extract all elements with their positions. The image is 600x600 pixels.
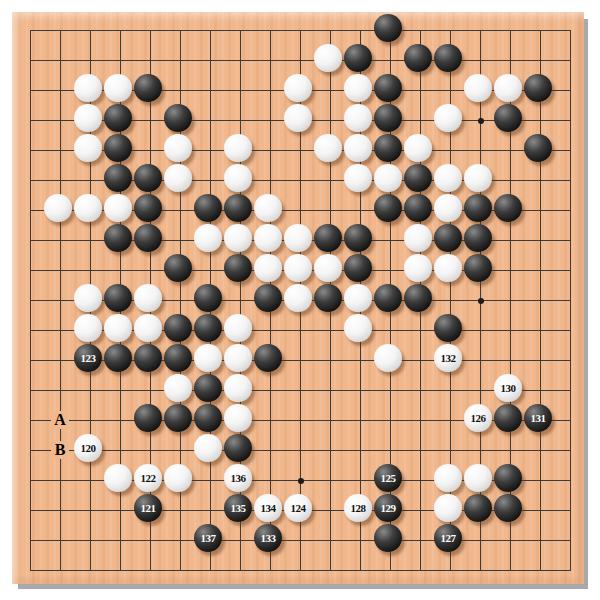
stone-white	[314, 44, 342, 72]
stone-white	[44, 194, 72, 222]
stone-white	[434, 464, 462, 492]
stone-white	[224, 404, 252, 432]
grid-line-h-13	[30, 390, 571, 391]
stone-white	[374, 344, 402, 372]
stone-black	[404, 44, 432, 72]
stone-black-move-127: 127	[434, 524, 462, 552]
stone-black	[134, 344, 162, 372]
stone-white	[284, 224, 312, 252]
point-label-B: B	[51, 441, 69, 459]
stone-white-move-126: 126	[464, 404, 492, 432]
stone-white	[434, 494, 462, 522]
stone-white	[164, 164, 192, 192]
stone-white	[104, 74, 132, 102]
stone-white	[164, 134, 192, 162]
stone-black	[164, 344, 192, 372]
stone-white	[74, 314, 102, 342]
move-number-label: 126	[471, 413, 486, 424]
stone-black	[164, 254, 192, 282]
stone-white	[404, 224, 432, 252]
stone-black	[344, 224, 372, 252]
stone-black	[254, 284, 282, 312]
stone-white	[314, 134, 342, 162]
stone-white	[374, 164, 402, 192]
stone-black	[494, 194, 522, 222]
stone-black	[464, 194, 492, 222]
stone-white	[284, 74, 312, 102]
stone-white-move-132: 132	[434, 344, 462, 372]
stone-white	[434, 164, 462, 192]
stone-white	[224, 344, 252, 372]
stone-black	[374, 284, 402, 312]
stone-white	[344, 104, 372, 132]
star-point	[298, 478, 304, 484]
stone-black	[104, 224, 132, 252]
stone-black	[104, 104, 132, 132]
star-point	[478, 118, 484, 124]
star-point	[478, 298, 484, 304]
stone-black	[344, 44, 372, 72]
stone-white	[284, 104, 312, 132]
stone-black	[374, 104, 402, 132]
move-number-label: 132	[441, 353, 456, 364]
stone-black	[524, 74, 552, 102]
stone-black	[224, 194, 252, 222]
stone-black	[434, 224, 462, 252]
stone-black-move-133: 133	[254, 524, 282, 552]
stone-black	[374, 74, 402, 102]
stone-white-move-128: 128	[344, 494, 372, 522]
stone-black	[134, 74, 162, 102]
stone-white-move-122: 122	[134, 464, 162, 492]
stone-white	[104, 194, 132, 222]
stone-white-move-134: 134	[254, 494, 282, 522]
stone-white	[344, 134, 372, 162]
point-label-A: A	[51, 411, 69, 429]
move-number-label: 122	[141, 473, 156, 484]
move-number-label: 137	[201, 533, 216, 544]
move-number-label: 129	[381, 503, 396, 514]
stone-white	[224, 134, 252, 162]
stone-white	[284, 284, 312, 312]
stone-white	[494, 74, 522, 102]
stone-white	[74, 134, 102, 162]
stone-white	[254, 254, 282, 282]
grid-line-h-19	[30, 570, 571, 571]
grid-line-h-18	[30, 540, 571, 541]
stone-black	[524, 134, 552, 162]
move-number-label: 130	[501, 383, 516, 394]
stone-black	[344, 254, 372, 282]
stone-white	[164, 374, 192, 402]
stone-white-move-120: 120	[74, 434, 102, 462]
stone-black	[104, 134, 132, 162]
stone-black-move-131: 131	[524, 404, 552, 432]
stone-white	[224, 314, 252, 342]
stone-black	[494, 494, 522, 522]
stone-black	[404, 284, 432, 312]
stone-black	[194, 374, 222, 402]
stone-black	[224, 434, 252, 462]
stone-white	[224, 164, 252, 192]
stone-white	[74, 194, 102, 222]
stone-black-move-137: 137	[194, 524, 222, 552]
stone-black	[134, 164, 162, 192]
grid-line-v-18	[540, 30, 541, 571]
stone-white	[314, 254, 342, 282]
grid-line-v-19	[570, 30, 571, 571]
stone-black	[494, 404, 522, 432]
stone-white	[434, 254, 462, 282]
stone-black-move-121: 121	[134, 494, 162, 522]
stone-black-move-135: 135	[224, 494, 252, 522]
stone-black	[374, 524, 402, 552]
stone-white	[224, 374, 252, 402]
go-board[interactable]: 1231321301261311201221361251211351341241…	[12, 12, 584, 584]
move-number-label: 131	[531, 413, 546, 424]
stone-white	[104, 314, 132, 342]
stone-black	[494, 464, 522, 492]
page: 1231321301261311201221361251211351341241…	[0, 0, 600, 600]
stone-black	[164, 404, 192, 432]
stone-white	[434, 104, 462, 132]
stone-black	[134, 224, 162, 252]
stone-black	[434, 44, 462, 72]
stone-black	[374, 14, 402, 42]
move-number-label: 123	[81, 353, 96, 364]
stone-white-move-124: 124	[284, 494, 312, 522]
stone-white	[254, 224, 282, 252]
stone-white	[194, 434, 222, 462]
stone-black	[194, 284, 222, 312]
grid-line-h-15	[30, 450, 571, 451]
stone-white	[464, 164, 492, 192]
stone-white	[134, 284, 162, 312]
stone-black	[434, 314, 462, 342]
stone-black	[194, 194, 222, 222]
stone-white	[164, 464, 192, 492]
stone-white	[404, 254, 432, 282]
stone-black	[374, 194, 402, 222]
stone-white	[194, 224, 222, 252]
stone-black	[314, 224, 342, 252]
stone-black	[374, 134, 402, 162]
move-number-label: 124	[291, 503, 306, 514]
stone-black	[314, 284, 342, 312]
stone-black	[194, 404, 222, 432]
move-number-label: 133	[261, 533, 276, 544]
stone-white	[404, 134, 432, 162]
stone-black	[104, 164, 132, 192]
stone-black	[404, 194, 432, 222]
stone-white-move-136: 136	[224, 464, 252, 492]
move-number-label: 134	[261, 503, 276, 514]
stone-white	[224, 224, 252, 252]
stone-black	[104, 344, 132, 372]
stone-white	[434, 194, 462, 222]
stone-white	[284, 254, 312, 282]
stone-black	[464, 224, 492, 252]
stone-black	[134, 404, 162, 432]
move-number-label: 121	[141, 503, 156, 514]
stone-black	[404, 164, 432, 192]
stone-black	[254, 344, 282, 372]
stone-white	[194, 344, 222, 372]
stone-white	[254, 194, 282, 222]
move-number-label: 127	[441, 533, 456, 544]
move-number-label: 128	[351, 503, 366, 514]
stone-black	[164, 314, 192, 342]
move-number-label: 125	[381, 473, 396, 484]
stone-black	[104, 284, 132, 312]
move-number-label: 120	[81, 443, 96, 454]
stone-white	[134, 314, 162, 342]
stone-white	[344, 284, 372, 312]
stone-white	[74, 74, 102, 102]
stone-white	[344, 74, 372, 102]
stone-white	[344, 314, 372, 342]
stone-black-move-129: 129	[374, 494, 402, 522]
stone-black-move-125: 125	[374, 464, 402, 492]
stone-black	[224, 254, 252, 282]
stone-black	[464, 494, 492, 522]
stone-black-move-123: 123	[74, 344, 102, 372]
move-number-label: 136	[231, 473, 246, 484]
stone-black	[194, 314, 222, 342]
stone-white	[74, 284, 102, 312]
stone-white	[344, 164, 372, 192]
stone-white-move-130: 130	[494, 374, 522, 402]
stone-black	[464, 254, 492, 282]
stone-white	[464, 464, 492, 492]
stone-black	[164, 104, 192, 132]
stone-black	[134, 194, 162, 222]
move-number-label: 135	[231, 503, 246, 514]
stone-white	[464, 74, 492, 102]
stone-white	[74, 104, 102, 132]
stone-black	[494, 104, 522, 132]
stone-white	[104, 464, 132, 492]
